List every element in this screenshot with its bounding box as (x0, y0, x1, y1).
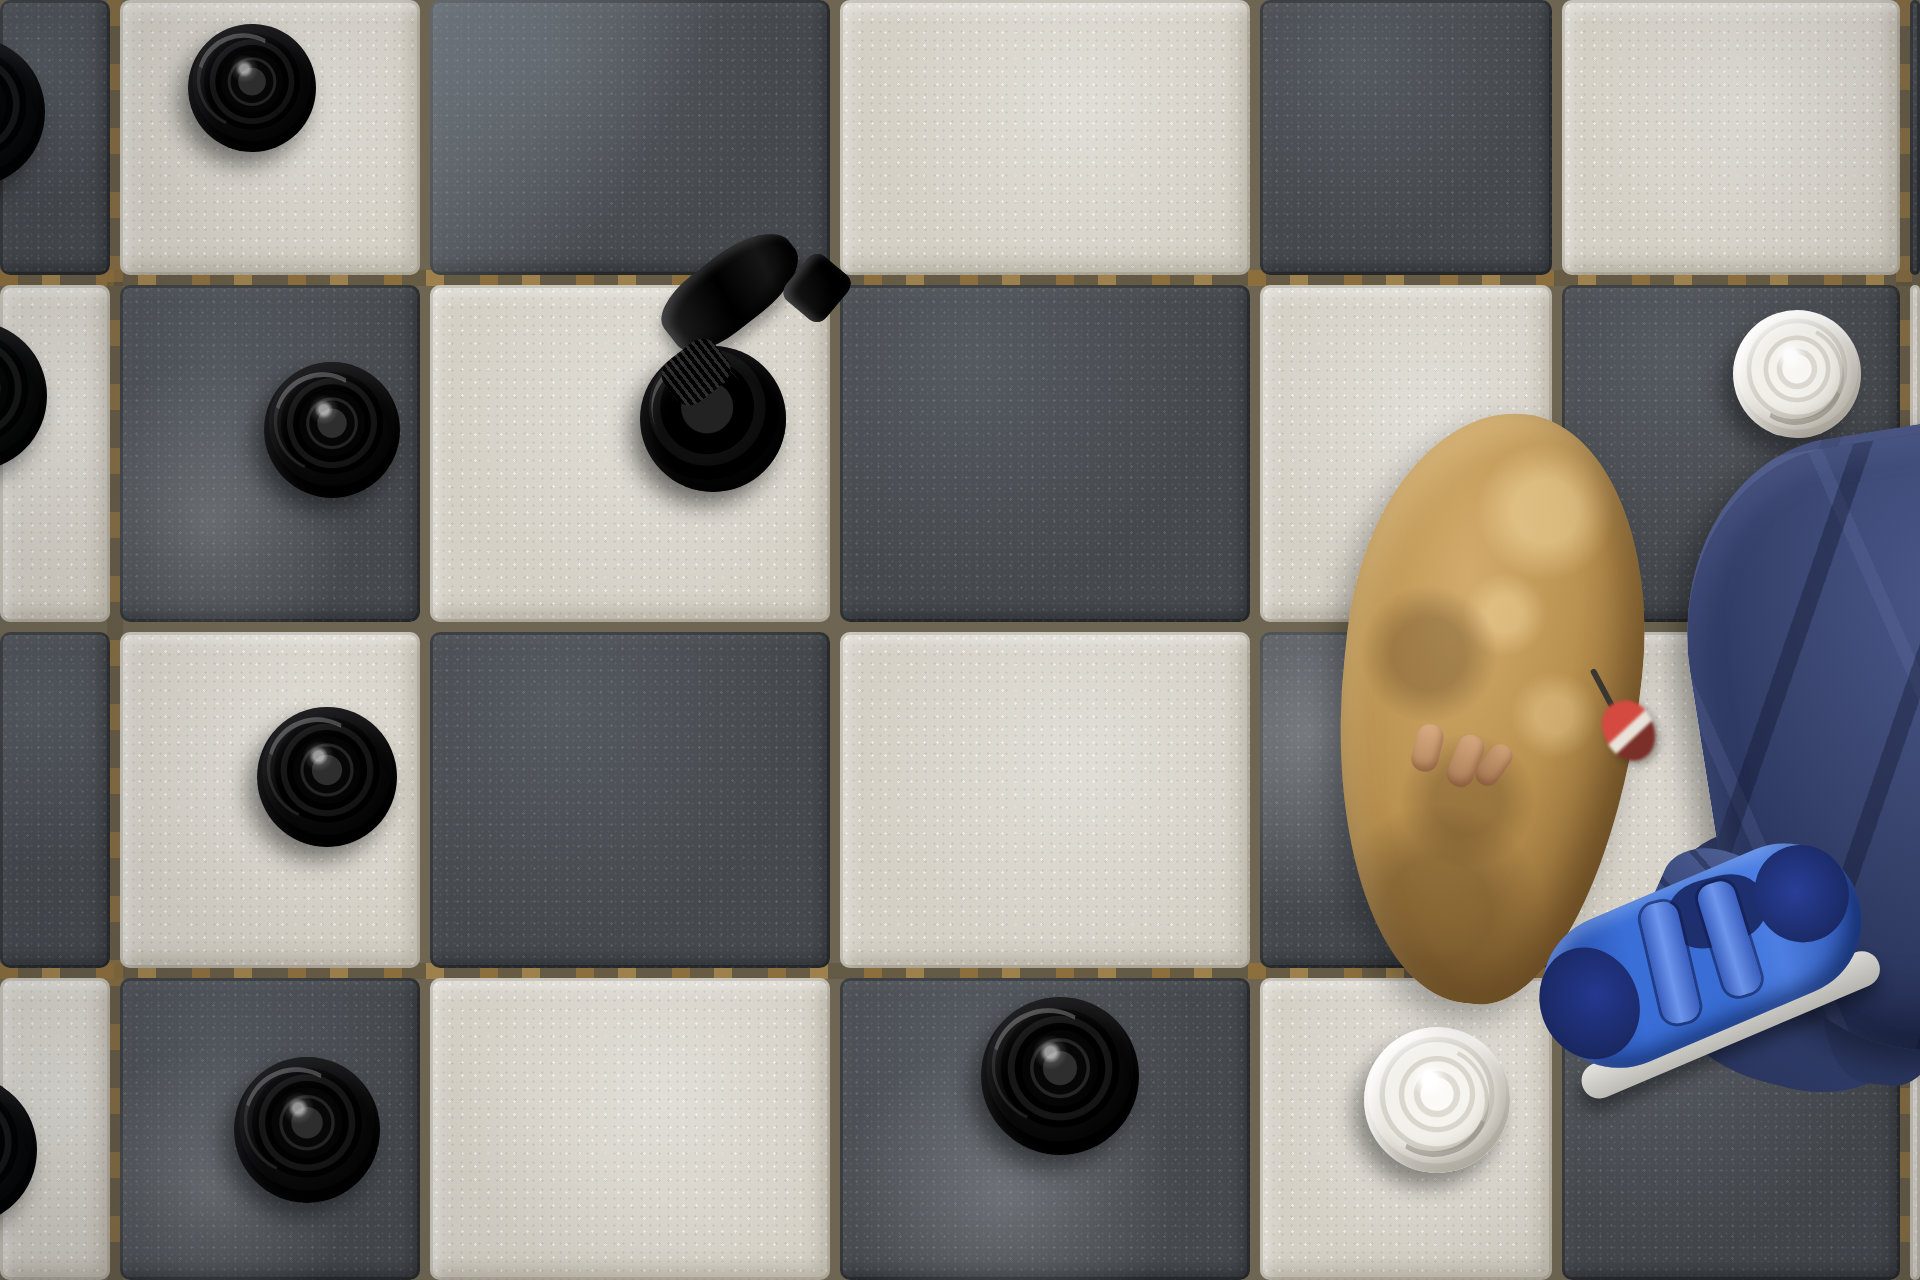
black-pawn-b[interactable]: ♟ (188, 24, 316, 152)
black-pawn-e[interactable]: ♟ (0, 321, 47, 471)
black-knight-c[interactable]: ♞ (620, 268, 850, 508)
black-pawn-f[interactable]: ♟ (257, 707, 397, 847)
giant-chess-photo: ♟♟♟♟♞♙♟♙♟♟♟♙ (0, 0, 1920, 1280)
white-pawn-l[interactable]: ♙ (1733, 310, 1861, 438)
pieces-layer: ♟♟♟♟♞♙♟♙♟♟♟♙ (0, 0, 1920, 1280)
black-pawn-i[interactable]: ♟ (981, 997, 1139, 1155)
black-pawn-a[interactable]: ♟ (0, 37, 45, 187)
black-pawn-g[interactable]: ♟ (0, 1075, 37, 1225)
white-pawn-k[interactable]: ♙ (1364, 1027, 1510, 1173)
black-pawn-h[interactable]: ♟ (234, 1057, 380, 1203)
black-pawn-d[interactable]: ♟ (264, 362, 400, 498)
white-pawn-j[interactable]: ♙ (1402, 732, 1538, 868)
